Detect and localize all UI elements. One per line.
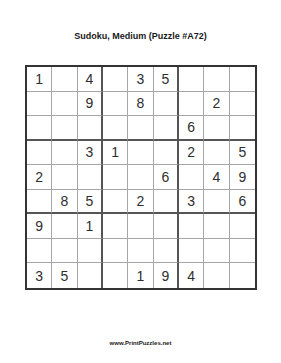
cell-r9c6[interactable]: 9 [154,263,179,288]
cell-r6c1[interactable] [27,190,52,215]
cell-r9c2[interactable]: 5 [52,263,77,288]
cell-r7c3[interactable]: 1 [78,214,103,239]
cell-r5c4[interactable] [103,165,128,190]
cell-r1c2[interactable] [52,67,77,92]
puzzle-title: Sudoku, Medium (Puzzle #A72) [0,31,281,41]
cell-r1c8[interactable] [204,67,229,92]
cell-r6c6[interactable] [154,190,179,215]
cell-r4c4[interactable]: 1 [103,141,128,166]
cell-r8c1[interactable] [27,239,52,264]
cell-r6c2[interactable]: 8 [52,190,77,215]
cell-r3c8[interactable] [204,116,229,141]
cell-r9c1[interactable]: 3 [27,263,52,288]
cell-r9c5[interactable]: 1 [128,263,153,288]
cell-r2c3[interactable]: 9 [78,92,103,117]
cell-r5c9[interactable]: 9 [230,165,255,190]
cell-r5c5[interactable] [128,165,153,190]
cell-r3c4[interactable] [103,116,128,141]
cell-r5c2[interactable] [52,165,77,190]
cell-r8c3[interactable] [78,239,103,264]
cell-r6c5[interactable]: 2 [128,190,153,215]
cell-r4c9[interactable]: 5 [230,141,255,166]
cell-r2c5[interactable]: 8 [128,92,153,117]
cell-r1c6[interactable]: 5 [154,67,179,92]
cell-r7c6[interactable] [154,214,179,239]
footer-url: www.PrintPuzzles.net [0,340,281,346]
cell-r1c9[interactable] [230,67,255,92]
cell-r5c8[interactable]: 4 [204,165,229,190]
cell-r3c2[interactable] [52,116,77,141]
cell-r2c2[interactable] [52,92,77,117]
cell-r7c8[interactable] [204,214,229,239]
cell-r3c1[interactable] [27,116,52,141]
cell-r2c8[interactable]: 2 [204,92,229,117]
cell-r5c1[interactable]: 2 [27,165,52,190]
cell-r9c8[interactable] [204,263,229,288]
cell-r4c5[interactable] [128,141,153,166]
cell-r1c3[interactable]: 4 [78,67,103,92]
cell-r9c9[interactable] [230,263,255,288]
cell-r2c6[interactable] [154,92,179,117]
cell-r7c5[interactable] [128,214,153,239]
cell-r6c4[interactable] [103,190,128,215]
cell-r7c2[interactable] [52,214,77,239]
cell-r7c1[interactable]: 9 [27,214,52,239]
puzzle-page: Sudoku, Medium (Puzzle #A72) 14359826312… [0,0,281,363]
cell-r8c4[interactable] [103,239,128,264]
cell-r8c6[interactable] [154,239,179,264]
cell-r9c4[interactable] [103,263,128,288]
cell-r1c1[interactable]: 1 [27,67,52,92]
cell-r4c8[interactable] [204,141,229,166]
cell-r6c7[interactable]: 3 [179,190,204,215]
cell-r5c7[interactable] [179,165,204,190]
cell-r3c5[interactable] [128,116,153,141]
cell-r7c9[interactable] [230,214,255,239]
cell-r4c6[interactable] [154,141,179,166]
cell-r4c7[interactable]: 2 [179,141,204,166]
cell-r1c7[interactable] [179,67,204,92]
sudoku-board: 1435982631252649852369135194 [25,65,257,290]
cell-r6c8[interactable] [204,190,229,215]
cell-r3c3[interactable] [78,116,103,141]
cell-r8c2[interactable] [52,239,77,264]
cell-r8c5[interactable] [128,239,153,264]
cell-r4c1[interactable] [27,141,52,166]
cell-r3c9[interactable] [230,116,255,141]
cell-r5c3[interactable] [78,165,103,190]
cell-r6c9[interactable]: 6 [230,190,255,215]
cell-r3c7[interactable]: 6 [179,116,204,141]
cell-r9c3[interactable] [78,263,103,288]
cell-r2c9[interactable] [230,92,255,117]
cell-r2c7[interactable] [179,92,204,117]
cell-r7c7[interactable] [179,214,204,239]
cell-r4c2[interactable] [52,141,77,166]
cell-r1c5[interactable]: 3 [128,67,153,92]
cell-r7c4[interactable] [103,214,128,239]
cell-r8c8[interactable] [204,239,229,264]
cell-r1c4[interactable] [103,67,128,92]
cell-r6c3[interactable]: 5 [78,190,103,215]
cell-r3c6[interactable] [154,116,179,141]
cell-r8c7[interactable] [179,239,204,264]
cell-r9c7[interactable]: 4 [179,263,204,288]
cell-r2c1[interactable] [27,92,52,117]
cell-r8c9[interactable] [230,239,255,264]
cell-r5c6[interactable]: 6 [154,165,179,190]
cell-r2c4[interactable] [103,92,128,117]
cell-r4c3[interactable]: 3 [78,141,103,166]
